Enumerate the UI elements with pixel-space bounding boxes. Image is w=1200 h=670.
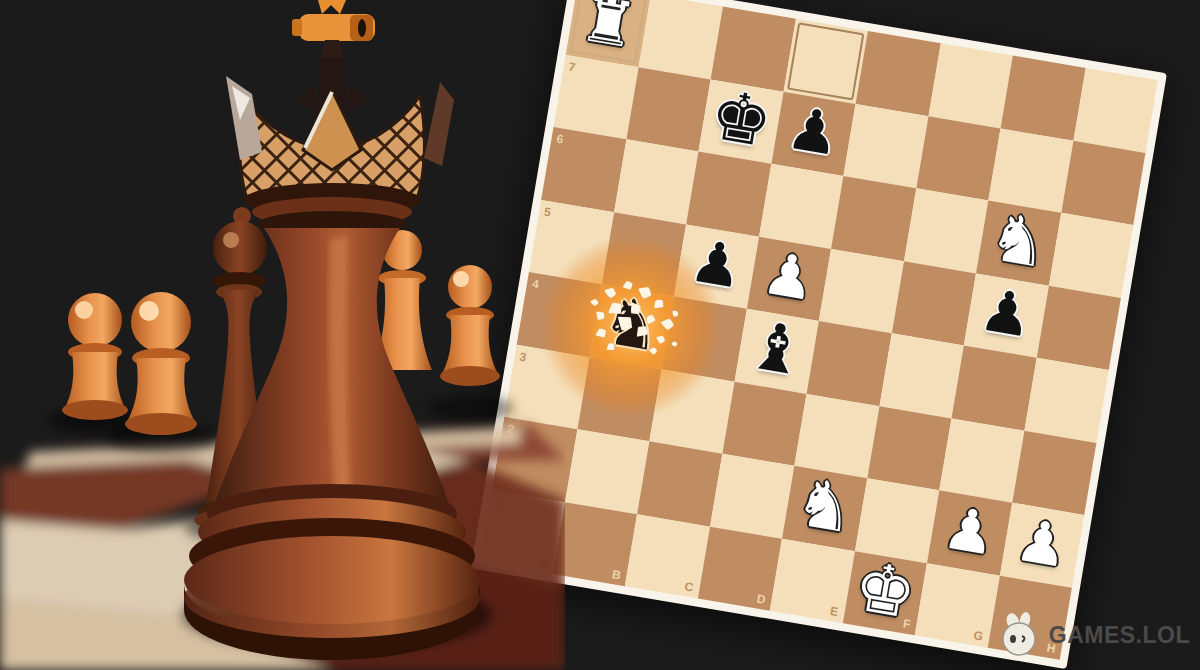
rank-label-2: 2 (506, 422, 515, 437)
square-h5[interactable] (1036, 285, 1121, 370)
square-d2[interactable] (710, 454, 795, 539)
square-b4[interactable]: ♞ (589, 284, 674, 369)
square-e1[interactable]: E (770, 538, 855, 623)
square-a4[interactable]: 4 (517, 272, 602, 357)
square-a6[interactable]: 6 (541, 127, 626, 212)
rank-label-1: 1 (494, 494, 503, 509)
rank-label-6: 6 (555, 132, 564, 147)
piece-white-pawn-h2[interactable]: ♟ (1000, 501, 1085, 586)
square-g8[interactable] (1001, 56, 1086, 141)
square-b8[interactable] (638, 0, 723, 79)
hero-bishop (194, 207, 282, 532)
square-c4[interactable] (662, 296, 747, 381)
square-b2[interactable] (565, 429, 650, 514)
square-f4[interactable] (879, 333, 964, 418)
file-label-g: G (973, 628, 985, 643)
square-b3[interactable] (577, 357, 662, 442)
piece-black-king-c7[interactable]: ♚ (699, 77, 784, 162)
square-f5[interactable] (891, 261, 976, 346)
square-h4[interactable] (1024, 358, 1109, 443)
file-label-a: A (538, 555, 549, 570)
square-d3[interactable] (722, 381, 807, 466)
square-h7[interactable] (1061, 140, 1146, 225)
rank-label-5: 5 (543, 204, 552, 219)
screenshot-root: { "game": "chess", "app_theme": "puzzle … (0, 0, 1200, 670)
square-c3[interactable] (649, 369, 734, 454)
piece-white-king-f1[interactable]: ♚ (843, 549, 928, 634)
file-label-b: B (611, 567, 622, 582)
piece-black-pawn-g5[interactable]: ♟ (964, 271, 1049, 356)
square-g2[interactable]: ♟ (927, 490, 1012, 575)
square-a5[interactable]: 5 (529, 199, 614, 284)
square-f3[interactable] (867, 406, 952, 491)
games-lol-watermark: GAMES.LOL (997, 612, 1190, 658)
games-lol-text: GAMES.LOL (1049, 622, 1190, 649)
square-g5[interactable]: ♟ (964, 273, 1049, 358)
rank-label-7: 7 (568, 59, 577, 74)
file-label-d: D (756, 592, 767, 607)
hero-pawn-right (440, 265, 500, 386)
piece-white-rook-a8[interactable]: ♜ (566, 0, 651, 65)
square-f6[interactable] (904, 188, 989, 273)
square-e2[interactable]: ♞ (782, 466, 867, 551)
square-c1[interactable]: C (625, 514, 710, 599)
piece-black-knight-b4[interactable]: ♞ (590, 282, 675, 367)
square-e7[interactable] (843, 104, 928, 189)
rank-label-3: 3 (519, 349, 528, 364)
piece-black-pawn-d7[interactable]: ♟ (771, 89, 856, 174)
square-e4[interactable] (807, 321, 892, 406)
last-move-outline-d8 (787, 22, 865, 100)
square-b7[interactable] (626, 67, 711, 152)
square-a2[interactable]: 2 (492, 417, 577, 502)
square-b6[interactable] (614, 139, 699, 224)
square-a7[interactable]: 7 (553, 54, 638, 139)
piece-white-pawn-g2[interactable]: ♟ (927, 488, 1012, 573)
square-h2[interactable]: ♟ (999, 503, 1084, 588)
square-f7[interactable] (916, 116, 1001, 201)
square-c2[interactable] (637, 441, 722, 526)
square-d4[interactable]: ♝ (734, 309, 819, 394)
file-label-c: C (683, 579, 694, 594)
chess-board: ♜7♚♟6♞5♟♟♟4♞♝32♞♟♟1ABCDEF♚GH (471, 0, 1167, 669)
square-a3[interactable]: 3 (504, 344, 589, 429)
piece-white-knight-e2[interactable]: ♞ (782, 464, 867, 549)
square-g4[interactable] (952, 345, 1037, 430)
square-h6[interactable] (1049, 213, 1134, 298)
square-e5[interactable] (819, 248, 904, 333)
square-g1[interactable]: G (915, 563, 1000, 648)
square-c7[interactable]: ♚ (698, 79, 783, 164)
square-f1[interactable]: F♚ (842, 551, 927, 636)
square-a1[interactable]: 1A (480, 489, 565, 574)
square-h8[interactable] (1073, 68, 1158, 153)
hero-pawn-behind (372, 230, 432, 370)
square-e6[interactable] (831, 176, 916, 261)
square-c5[interactable]: ♟ (674, 224, 759, 309)
square-d1[interactable]: D (697, 526, 782, 611)
hero-pawn-left-2 (125, 292, 197, 435)
piece-white-knight-g6[interactable]: ♞ (976, 199, 1061, 284)
piece-black-bishop-d4[interactable]: ♝ (734, 307, 819, 392)
file-label-e: E (829, 604, 839, 619)
square-b1[interactable]: B (552, 502, 637, 587)
chess-grid: ♜7♚♟6♞5♟♟♟4♞♝32♞♟♟1ABCDEF♚GH (480, 0, 1158, 660)
hero-king-piece (184, 0, 480, 660)
hero-pawn-left-1 (62, 293, 128, 420)
piece-black-pawn-c5[interactable]: ♟ (674, 222, 759, 307)
rank-label-4: 4 (531, 277, 540, 292)
square-d7[interactable]: ♟ (771, 91, 856, 176)
games-lol-rabbit-icon (997, 612, 1041, 658)
square-e8[interactable] (856, 31, 941, 116)
square-f8[interactable] (928, 43, 1013, 128)
